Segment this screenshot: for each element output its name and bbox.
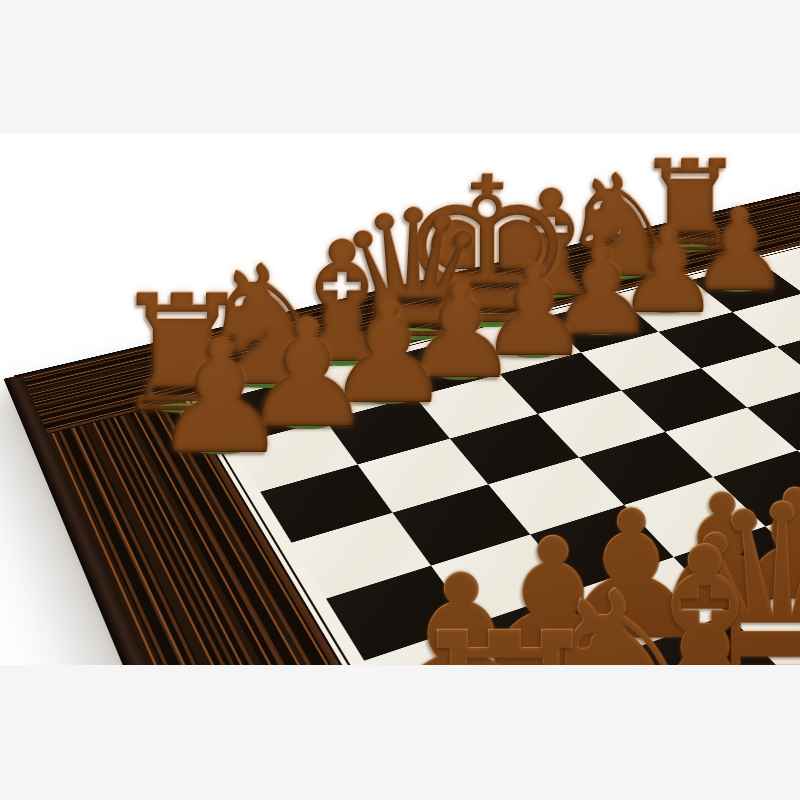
top-margin-band: [0, 0, 800, 133]
bottom-margin-band: [0, 665, 800, 800]
chess-board: [22, 180, 800, 665]
photo-area: [0, 133, 800, 665]
product-photo-canvas: ♜♞♝♛♚♝♞♜♟♟♟♟♟♟♟♟♟♟♟♛♟♝♟♞♜: [0, 0, 800, 800]
